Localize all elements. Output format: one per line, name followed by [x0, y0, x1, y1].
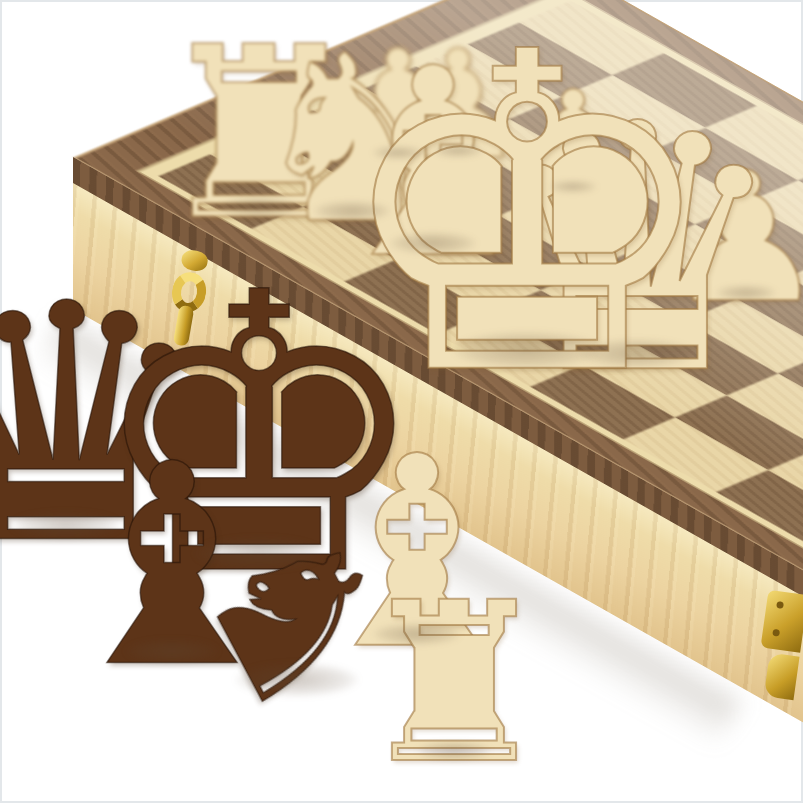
piece-shadow: [453, 331, 602, 368]
piece-shadow: [11, 511, 122, 539]
pieces-layer: ♟♟♟♜♞♝♟♛♚♛♚♝♝♞♜: [0, 0, 803, 803]
chess-set-product-photo: ♟♟♟♜♞♝♟♛♚♛♚♝♝♞♜: [0, 0, 803, 803]
piece-shadow: [125, 639, 219, 663]
piece-shadow: [433, 144, 484, 157]
piece-shadow: [219, 197, 299, 217]
piece-shadow: [313, 201, 391, 221]
piece-shadow: [235, 663, 359, 697]
piece-shadow: [716, 285, 777, 300]
light-rook-standing: ♜: [355, 573, 553, 794]
piece-shadow: [389, 232, 477, 254]
piece-shadow: [373, 623, 462, 645]
piece-shadow: [194, 537, 324, 570]
piece-shadow: [372, 146, 424, 159]
piece-shadow: [417, 741, 492, 760]
piece-shadow: [549, 181, 597, 193]
